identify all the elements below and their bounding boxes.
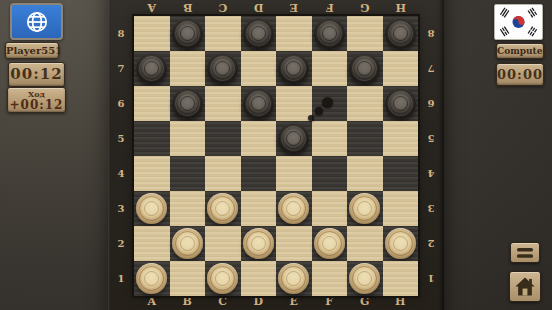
square-c8[interactable] [205,16,241,51]
move-bonus-badge: Ход +00:12 [7,87,66,113]
square-f1[interactable] [312,261,348,296]
board-labels-top: ABCDEFGH [134,0,418,15]
square-g1[interactable] [347,261,383,296]
piece-white-e1[interactable] [278,263,309,294]
square-e4[interactable] [276,156,312,191]
file-label-b: B [170,0,206,15]
square-f2[interactable] [312,226,348,261]
square-a1[interactable] [134,261,170,296]
file-label-f: F [312,0,348,15]
square-b3[interactable] [170,191,206,226]
square-b8[interactable] [170,16,206,51]
square-g6[interactable] [347,86,383,121]
board-labels-left: 87654321 [108,16,134,296]
globe-icon [24,9,50,35]
square-e7[interactable] [276,51,312,86]
piece-black-b8[interactable] [172,18,203,49]
home-icon [514,276,536,297]
file-label-h: H [383,0,419,15]
piece-white-g3[interactable] [349,193,380,224]
piece-white-c3[interactable] [207,193,238,224]
square-d2[interactable] [241,226,277,261]
square-c5[interactable] [205,121,241,156]
piece-black-g7[interactable] [349,53,380,84]
rank-label-5: 5 [418,121,444,156]
square-f4[interactable] [312,156,348,191]
move-bonus-value: +00:12 [8,99,65,111]
square-b2[interactable] [170,226,206,261]
square-c2[interactable] [205,226,241,261]
square-e6[interactable] [276,86,312,121]
square-h5[interactable] [383,121,419,156]
rank-label-8: 8 [418,16,444,51]
rank-label-6: 6 [108,86,134,121]
square-g3[interactable] [347,191,383,226]
file-label-d: D [241,0,277,15]
piece-white-b2[interactable] [172,228,203,259]
file-label-e: E [276,0,312,15]
file-label-g: G [347,0,383,15]
menu-icon [516,247,534,259]
rank-label-3: 3 [108,191,134,226]
square-f6[interactable] [312,86,348,121]
square-g8[interactable] [347,16,383,51]
file-label-h: H [383,294,419,309]
piece-black-e7[interactable] [278,53,309,84]
square-a8[interactable] [134,16,170,51]
square-e2[interactable] [276,226,312,261]
square-c7[interactable] [205,51,241,86]
square-b4[interactable] [170,156,206,191]
rank-label-4: 4 [108,156,134,191]
square-c1[interactable] [205,261,241,296]
square-c3[interactable] [205,191,241,226]
piece-white-d2[interactable] [243,228,274,259]
home-button[interactable] [509,271,541,302]
piece-black-d6[interactable] [243,88,274,119]
south-korea-flag-icon [494,4,543,40]
square-f3[interactable] [312,191,348,226]
file-label-d: D [241,294,277,309]
square-d8[interactable] [241,16,277,51]
file-label-b: B [170,294,206,309]
square-a5[interactable] [134,121,170,156]
menu-button[interactable] [510,242,540,263]
file-label-a: A [134,0,170,15]
computer-clock: 00:00 [496,63,544,86]
file-label-e: E [276,294,312,309]
square-h8[interactable] [383,16,419,51]
square-e1[interactable] [276,261,312,296]
square-g7[interactable] [347,51,383,86]
file-label-c: C [205,294,241,309]
square-d7[interactable] [241,51,277,86]
piece-black-a7[interactable] [136,53,167,84]
square-g5[interactable] [347,121,383,156]
file-label-a: A [134,294,170,309]
square-b7[interactable] [170,51,206,86]
rank-label-6: 6 [418,86,444,121]
file-label-f: F [312,294,348,309]
square-b5[interactable] [170,121,206,156]
piece-black-d8[interactable] [243,18,274,49]
square-g4[interactable] [347,156,383,191]
square-e8[interactable] [276,16,312,51]
rank-label-2: 2 [418,226,444,261]
square-a7[interactable] [134,51,170,86]
square-h3[interactable] [383,191,419,226]
globe-button[interactable] [10,3,63,40]
rank-label-1: 1 [418,261,444,296]
square-g2[interactable] [347,226,383,261]
piece-black-f8[interactable] [314,18,345,49]
square-c4[interactable] [205,156,241,191]
game-screen: ABCDEFGH ABCDEFGH 87654321 87654321 Play… [0,0,552,310]
board-labels-right: 87654321 [418,16,444,296]
piece-black-b6[interactable] [172,88,203,119]
rank-label-4: 4 [418,156,444,191]
file-label-c: C [205,0,241,15]
piece-white-f2[interactable] [314,228,345,259]
square-a4[interactable] [134,156,170,191]
square-d4[interactable] [241,156,277,191]
square-a6[interactable] [134,86,170,121]
player-name-badge: Player551 [5,42,59,59]
piece-white-h2[interactable] [385,228,416,259]
piece-black-e5[interactable] [278,123,309,154]
piece-white-g1[interactable] [349,263,380,294]
square-f8[interactable] [312,16,348,51]
square-f7[interactable] [312,51,348,86]
square-f5[interactable] [312,121,348,156]
piece-white-c1[interactable] [207,263,238,294]
square-e3[interactable] [276,191,312,226]
piece-black-h8[interactable] [385,18,416,49]
file-label-g: G [347,294,383,309]
square-d1[interactable] [241,261,277,296]
rank-label-7: 7 [108,51,134,86]
player-clock: 00:12 [8,62,65,87]
square-d6[interactable] [241,86,277,121]
square-a2[interactable] [134,226,170,261]
square-b1[interactable] [170,261,206,296]
piece-white-e3[interactable] [278,193,309,224]
piece-black-c7[interactable] [207,53,238,84]
square-a3[interactable] [134,191,170,226]
computer-name-badge: Computer [496,43,544,59]
square-e5[interactable] [276,121,312,156]
square-d5[interactable] [241,121,277,156]
piece-white-a3[interactable] [136,193,167,224]
rank-label-2: 2 [108,226,134,261]
square-b6[interactable] [170,86,206,121]
square-h1[interactable] [383,261,419,296]
board-labels-bottom: ABCDEFGH [134,294,418,309]
rank-label-5: 5 [108,121,134,156]
rank-label-3: 3 [418,191,444,226]
rank-label-1: 1 [108,261,134,296]
piece-black-h6[interactable] [385,88,416,119]
piece-white-a1[interactable] [136,263,167,294]
square-h6[interactable] [383,86,419,121]
square-d3[interactable] [241,191,277,226]
square-h2[interactable] [383,226,419,261]
rank-label-7: 7 [418,51,444,86]
square-h7[interactable] [383,51,419,86]
square-c6[interactable] [205,86,241,121]
rank-label-8: 8 [108,16,134,51]
checkers-board[interactable] [134,16,418,296]
square-h4[interactable] [383,156,419,191]
